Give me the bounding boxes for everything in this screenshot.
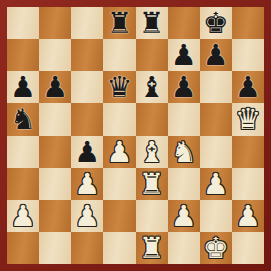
black-pawn-g7[interactable]: ♟: [203, 39, 229, 71]
square-a5[interactable]: ♞: [7, 103, 39, 135]
black-queen-d6[interactable]: ♛: [106, 71, 132, 103]
square-e7[interactable]: [136, 39, 168, 71]
square-h7[interactable]: [232, 39, 264, 71]
square-h3[interactable]: [232, 168, 264, 200]
black-rook-d8[interactable]: ♜: [106, 7, 132, 39]
square-b8[interactable]: [39, 7, 71, 39]
square-d3[interactable]: [103, 168, 135, 200]
square-d4[interactable]: ♟: [103, 136, 135, 168]
square-f4[interactable]: ♞: [168, 136, 200, 168]
square-d8[interactable]: ♜: [103, 7, 135, 39]
square-e1[interactable]: ♜: [136, 232, 168, 264]
white-pawn-h2[interactable]: ♟: [235, 200, 261, 232]
square-f8[interactable]: [168, 7, 200, 39]
black-pawn-a6[interactable]: ♟: [10, 71, 36, 103]
square-d5[interactable]: [103, 103, 135, 135]
square-f6[interactable]: ♟: [168, 71, 200, 103]
square-g3[interactable]: ♟: [200, 168, 232, 200]
square-h4[interactable]: [232, 136, 264, 168]
square-f2[interactable]: ♟: [168, 200, 200, 232]
black-rook-e8[interactable]: ♜: [139, 7, 165, 39]
square-b6[interactable]: ♟: [39, 71, 71, 103]
square-b1[interactable]: [39, 232, 71, 264]
square-f7[interactable]: ♟: [168, 39, 200, 71]
black-knight-a5[interactable]: ♞: [10, 103, 36, 135]
white-pawn-f2[interactable]: ♟: [171, 200, 197, 232]
white-king-g1[interactable]: ♚: [203, 232, 229, 264]
square-b7[interactable]: [39, 39, 71, 71]
square-a6[interactable]: ♟: [7, 71, 39, 103]
square-e3[interactable]: ♜: [136, 168, 168, 200]
white-knight-f4[interactable]: ♞: [171, 136, 197, 168]
square-e4[interactable]: ♝: [136, 136, 168, 168]
square-a7[interactable]: [7, 39, 39, 71]
square-h2[interactable]: ♟: [232, 200, 264, 232]
square-f3[interactable]: [168, 168, 200, 200]
square-a1[interactable]: [7, 232, 39, 264]
square-c7[interactable]: [71, 39, 103, 71]
square-c5[interactable]: [71, 103, 103, 135]
square-h5[interactable]: ♛: [232, 103, 264, 135]
square-g5[interactable]: [200, 103, 232, 135]
square-c3[interactable]: ♟: [71, 168, 103, 200]
square-e6[interactable]: ♝: [136, 71, 168, 103]
square-c4[interactable]: ♟: [71, 136, 103, 168]
square-e8[interactable]: ♜: [136, 7, 168, 39]
square-c6[interactable]: [71, 71, 103, 103]
white-pawn-c2[interactable]: ♟: [74, 200, 100, 232]
square-h6[interactable]: ♟: [232, 71, 264, 103]
black-pawn-c4[interactable]: ♟: [74, 136, 100, 168]
square-d6[interactable]: ♛: [103, 71, 135, 103]
white-pawn-c3[interactable]: ♟: [74, 168, 100, 200]
chess-board: ♜♜♚♟♟♟♟♛♝♟♟♞♛♟♟♝♞♟♜♟♟♟♟♟♜♚: [7, 7, 264, 264]
square-d7[interactable]: [103, 39, 135, 71]
black-pawn-f6[interactable]: ♟: [171, 71, 197, 103]
white-rook-e1[interactable]: ♜: [139, 232, 165, 264]
white-pawn-d4[interactable]: ♟: [106, 136, 132, 168]
square-b3[interactable]: [39, 168, 71, 200]
square-a8[interactable]: [7, 7, 39, 39]
square-g2[interactable]: [200, 200, 232, 232]
square-d1[interactable]: [103, 232, 135, 264]
square-b5[interactable]: [39, 103, 71, 135]
square-g1[interactable]: ♚: [200, 232, 232, 264]
black-king-g8[interactable]: ♚: [203, 7, 229, 39]
white-bishop-e4[interactable]: ♝: [139, 136, 165, 168]
square-a2[interactable]: ♟: [7, 200, 39, 232]
square-e2[interactable]: [136, 200, 168, 232]
square-g7[interactable]: ♟: [200, 39, 232, 71]
square-e5[interactable]: [136, 103, 168, 135]
square-b2[interactable]: [39, 200, 71, 232]
square-c2[interactable]: ♟: [71, 200, 103, 232]
square-c1[interactable]: [71, 232, 103, 264]
black-pawn-b6[interactable]: ♟: [42, 71, 68, 103]
square-c8[interactable]: [71, 7, 103, 39]
square-h1[interactable]: [232, 232, 264, 264]
white-rook-e3[interactable]: ♜: [139, 168, 165, 200]
square-g4[interactable]: [200, 136, 232, 168]
black-pawn-h6[interactable]: ♟: [235, 71, 261, 103]
black-bishop-e6[interactable]: ♝: [139, 71, 165, 103]
board-frame: ♜♜♚♟♟♟♟♛♝♟♟♞♛♟♟♝♞♟♜♟♟♟♟♟♜♚: [0, 0, 271, 271]
square-a4[interactable]: [7, 136, 39, 168]
square-g8[interactable]: ♚: [200, 7, 232, 39]
square-a3[interactable]: [7, 168, 39, 200]
white-pawn-a2[interactable]: ♟: [10, 200, 36, 232]
square-b4[interactable]: [39, 136, 71, 168]
square-g6[interactable]: [200, 71, 232, 103]
square-h8[interactable]: [232, 7, 264, 39]
square-f5[interactable]: [168, 103, 200, 135]
white-pawn-g3[interactable]: ♟: [203, 168, 229, 200]
square-d2[interactable]: [103, 200, 135, 232]
white-queen-h5[interactable]: ♛: [235, 103, 261, 135]
square-f1[interactable]: [168, 232, 200, 264]
black-pawn-f7[interactable]: ♟: [171, 39, 197, 71]
